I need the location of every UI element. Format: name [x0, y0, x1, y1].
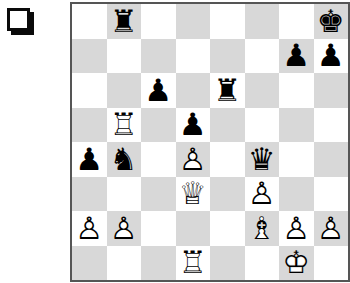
piece-white-king: ♚♔ — [279, 246, 314, 281]
square-c1[interactable] — [141, 246, 176, 281]
square-b1[interactable] — [107, 246, 142, 281]
square-g7[interactable]: ♟ — [279, 39, 314, 74]
square-e1[interactable] — [210, 246, 245, 281]
piece-black-king: ♚ — [314, 4, 349, 39]
white-piece-outline: ♗ — [248, 213, 276, 244]
square-f1[interactable] — [245, 246, 280, 281]
square-a2[interactable]: ♟♙ — [72, 211, 107, 246]
black-piece-glyph: ♟ — [179, 109, 207, 140]
white-piece-outline: ♙ — [179, 144, 207, 175]
white-piece-outline: ♕ — [179, 178, 207, 209]
square-h1[interactable] — [314, 246, 349, 281]
piece-black-pawn: ♟ — [141, 73, 176, 108]
square-g2[interactable]: ♟♙ — [279, 211, 314, 246]
black-piece-glyph: ♜ — [213, 75, 241, 106]
piece-black-rook: ♜ — [210, 73, 245, 108]
square-b3[interactable] — [107, 177, 142, 212]
square-g8[interactable] — [279, 4, 314, 39]
chess-board: ♜♚♟♟♟♜♜♖♟♟♞♟♙♛♛♕♟♙♟♙♟♙♝♗♟♙♟♙♜♖♚♔ — [70, 2, 350, 282]
square-b6[interactable] — [107, 73, 142, 108]
square-b2[interactable]: ♟♙ — [107, 211, 142, 246]
square-d3[interactable]: ♛♕ — [176, 177, 211, 212]
piece-black-pawn: ♟ — [176, 108, 211, 143]
white-piece-outline: ♔ — [282, 247, 310, 278]
square-e6[interactable]: ♜ — [210, 73, 245, 108]
square-g3[interactable] — [279, 177, 314, 212]
piece-white-pawn: ♟♙ — [314, 211, 349, 246]
square-e4[interactable] — [210, 142, 245, 177]
piece-black-pawn: ♟ — [279, 39, 314, 74]
square-f4[interactable]: ♛ — [245, 142, 280, 177]
square-d4[interactable]: ♟♙ — [176, 142, 211, 177]
square-b4[interactable]: ♞ — [107, 142, 142, 177]
piece-black-knight: ♞ — [107, 142, 142, 177]
piece-white-bishop: ♝♗ — [245, 211, 280, 246]
square-d7[interactable] — [176, 39, 211, 74]
square-h2[interactable]: ♟♙ — [314, 211, 349, 246]
square-g6[interactable] — [279, 73, 314, 108]
square-d5[interactable]: ♟ — [176, 108, 211, 143]
square-c2[interactable] — [141, 211, 176, 246]
square-e8[interactable] — [210, 4, 245, 39]
square-f8[interactable] — [245, 4, 280, 39]
white-piece-outline: ♖ — [179, 247, 207, 278]
square-c6[interactable]: ♟ — [141, 73, 176, 108]
square-a3[interactable] — [72, 177, 107, 212]
square-c8[interactable] — [141, 4, 176, 39]
square-b7[interactable] — [107, 39, 142, 74]
piece-black-queen: ♛ — [245, 142, 280, 177]
square-d2[interactable] — [176, 211, 211, 246]
black-piece-glyph: ♟ — [317, 40, 345, 71]
square-h6[interactable] — [314, 73, 349, 108]
white-piece-outline: ♙ — [248, 178, 276, 209]
square-a6[interactable] — [72, 73, 107, 108]
square-e7[interactable] — [210, 39, 245, 74]
chess-diagram-page: ♜♚♟♟♟♜♜♖♟♟♞♟♙♛♛♕♟♙♟♙♟♙♝♗♟♙♟♙♜♖♚♔ — [0, 0, 350, 283]
square-c7[interactable] — [141, 39, 176, 74]
square-g4[interactable] — [279, 142, 314, 177]
black-piece-glyph: ♟ — [144, 75, 172, 106]
square-a8[interactable] — [72, 4, 107, 39]
white-piece-outline: ♖ — [110, 109, 138, 140]
square-e2[interactable] — [210, 211, 245, 246]
white-piece-outline: ♙ — [317, 213, 345, 244]
piece-white-pawn: ♟♙ — [245, 177, 280, 212]
square-h8[interactable]: ♚ — [314, 4, 349, 39]
diagram-marker-icon — [7, 8, 30, 31]
square-c5[interactable] — [141, 108, 176, 143]
square-g5[interactable] — [279, 108, 314, 143]
square-b5[interactable]: ♜♖ — [107, 108, 142, 143]
piece-white-pawn: ♟♙ — [107, 211, 142, 246]
square-c3[interactable] — [141, 177, 176, 212]
square-h5[interactable] — [314, 108, 349, 143]
black-piece-glyph: ♞ — [110, 144, 138, 175]
piece-black-rook: ♜ — [107, 4, 142, 39]
square-g1[interactable]: ♚♔ — [279, 246, 314, 281]
square-f6[interactable] — [245, 73, 280, 108]
square-a4[interactable]: ♟ — [72, 142, 107, 177]
black-piece-glyph: ♚ — [317, 6, 345, 37]
square-h4[interactable] — [314, 142, 349, 177]
piece-white-queen: ♛♕ — [176, 177, 211, 212]
square-d8[interactable] — [176, 4, 211, 39]
piece-black-pawn: ♟ — [314, 39, 349, 74]
black-piece-glyph: ♟ — [75, 144, 103, 175]
square-a1[interactable] — [72, 246, 107, 281]
piece-white-pawn: ♟♙ — [72, 211, 107, 246]
piece-white-rook: ♜♖ — [107, 108, 142, 143]
square-e5[interactable] — [210, 108, 245, 143]
square-f7[interactable] — [245, 39, 280, 74]
white-piece-outline: ♙ — [110, 213, 138, 244]
piece-white-pawn: ♟♙ — [176, 142, 211, 177]
square-d1[interactable]: ♜♖ — [176, 246, 211, 281]
square-d6[interactable] — [176, 73, 211, 108]
white-piece-outline: ♙ — [75, 213, 103, 244]
piece-white-rook: ♜♖ — [176, 246, 211, 281]
white-piece-outline: ♙ — [282, 213, 310, 244]
square-e3[interactable] — [210, 177, 245, 212]
square-f5[interactable] — [245, 108, 280, 143]
square-c4[interactable] — [141, 142, 176, 177]
square-h7[interactable]: ♟ — [314, 39, 349, 74]
square-b8[interactable]: ♜ — [107, 4, 142, 39]
square-h3[interactable] — [314, 177, 349, 212]
square-a7[interactable] — [72, 39, 107, 74]
square-f2[interactable]: ♝♗ — [245, 211, 280, 246]
square-a5[interactable] — [72, 108, 107, 143]
black-piece-glyph: ♟ — [282, 40, 310, 71]
square-f3[interactable]: ♟♙ — [245, 177, 280, 212]
piece-white-pawn: ♟♙ — [279, 211, 314, 246]
piece-black-pawn: ♟ — [72, 142, 107, 177]
black-piece-glyph: ♛ — [248, 144, 276, 175]
black-piece-glyph: ♜ — [110, 6, 138, 37]
